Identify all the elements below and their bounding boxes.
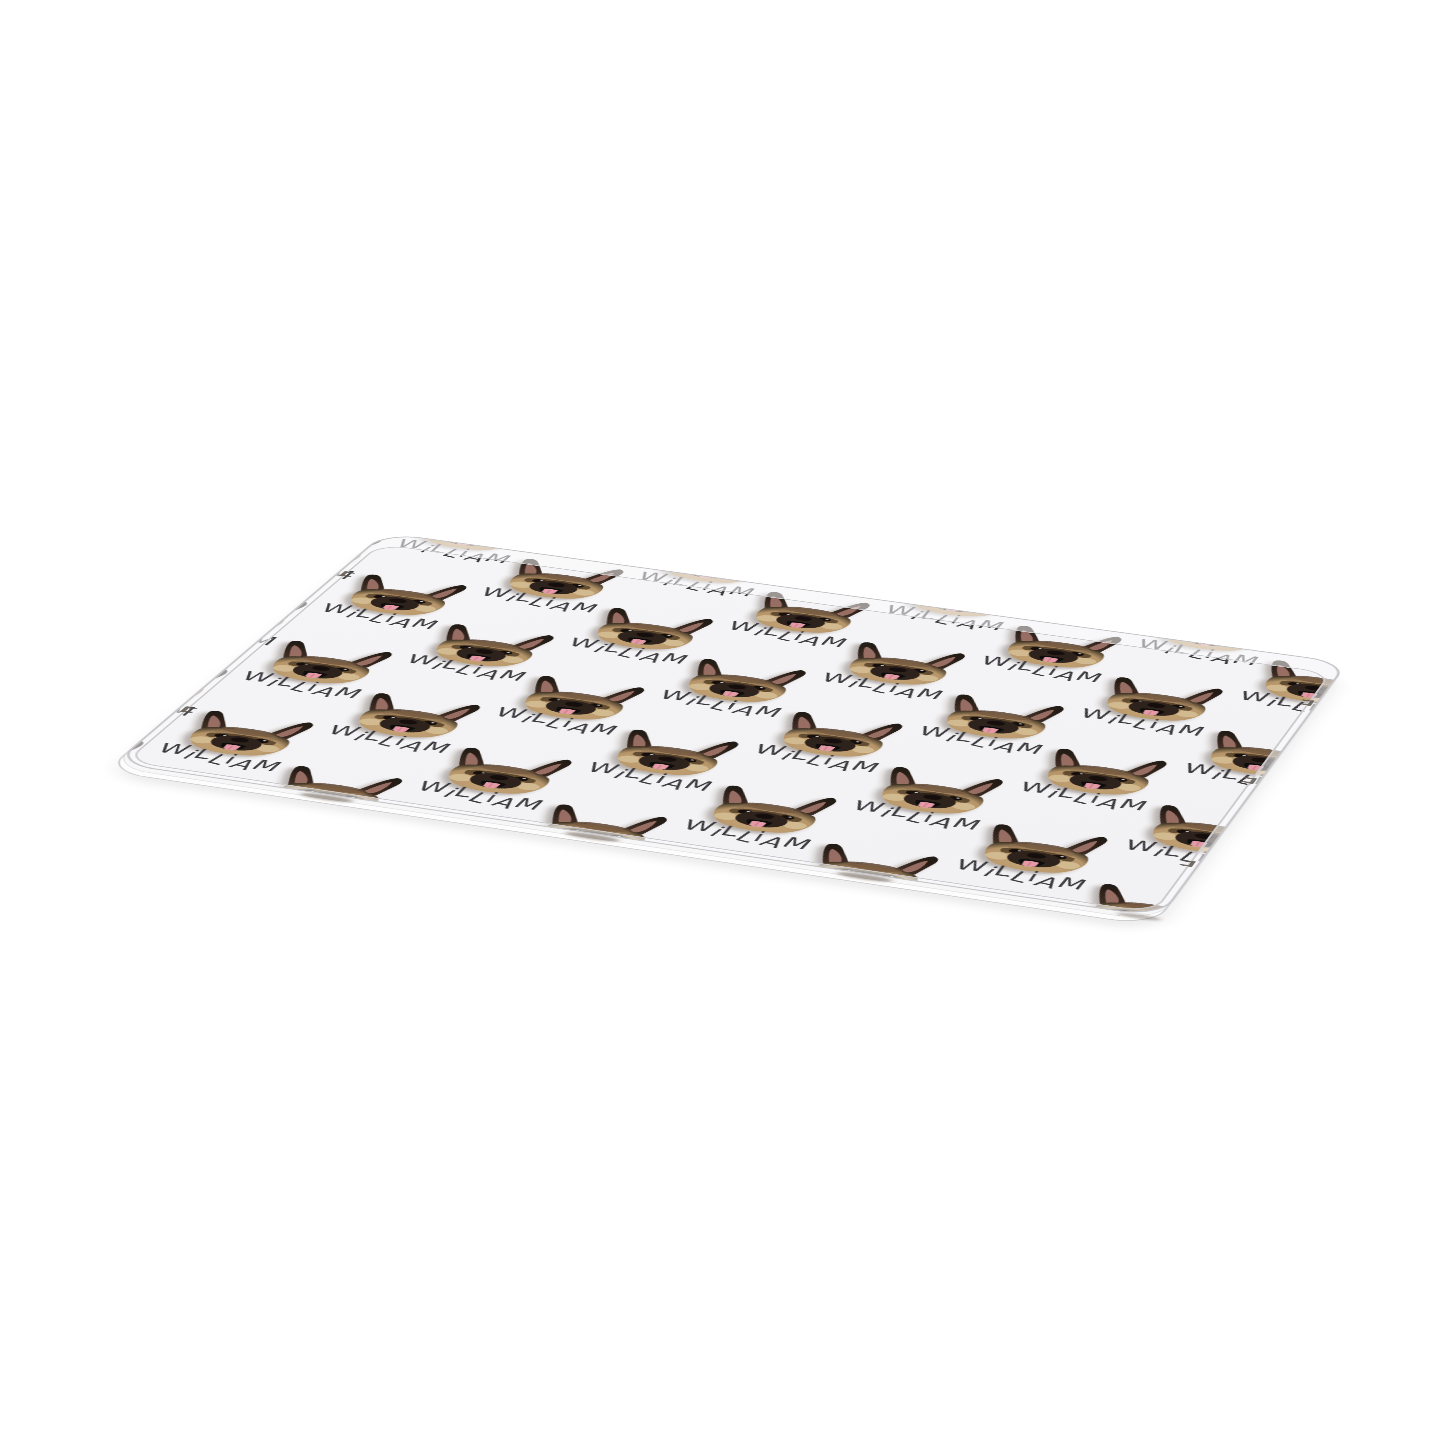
macbook-case: WiLLiAMWiLLiAMWiLLiAMWiLLiAMWiLLiAMWiLLi… [115,533,1347,917]
product-photo-scene: WiLLiAMWiLLiAMWiLLiAMWiLLiAMWiLLiAMWiLLi… [0,0,1445,1445]
pet-name-text: WiLLiAM [227,550,363,584]
pet-name-text: WiLLiAM [0,757,119,797]
pet-name-text: WiLLiAM [146,616,286,652]
pet-name-text: WiLLiAM [61,684,205,722]
case-artwork: WiLLiAMWiLLiAMWiLLiAMWiLLiAMWiLLiAMWiLLi… [115,533,1347,917]
